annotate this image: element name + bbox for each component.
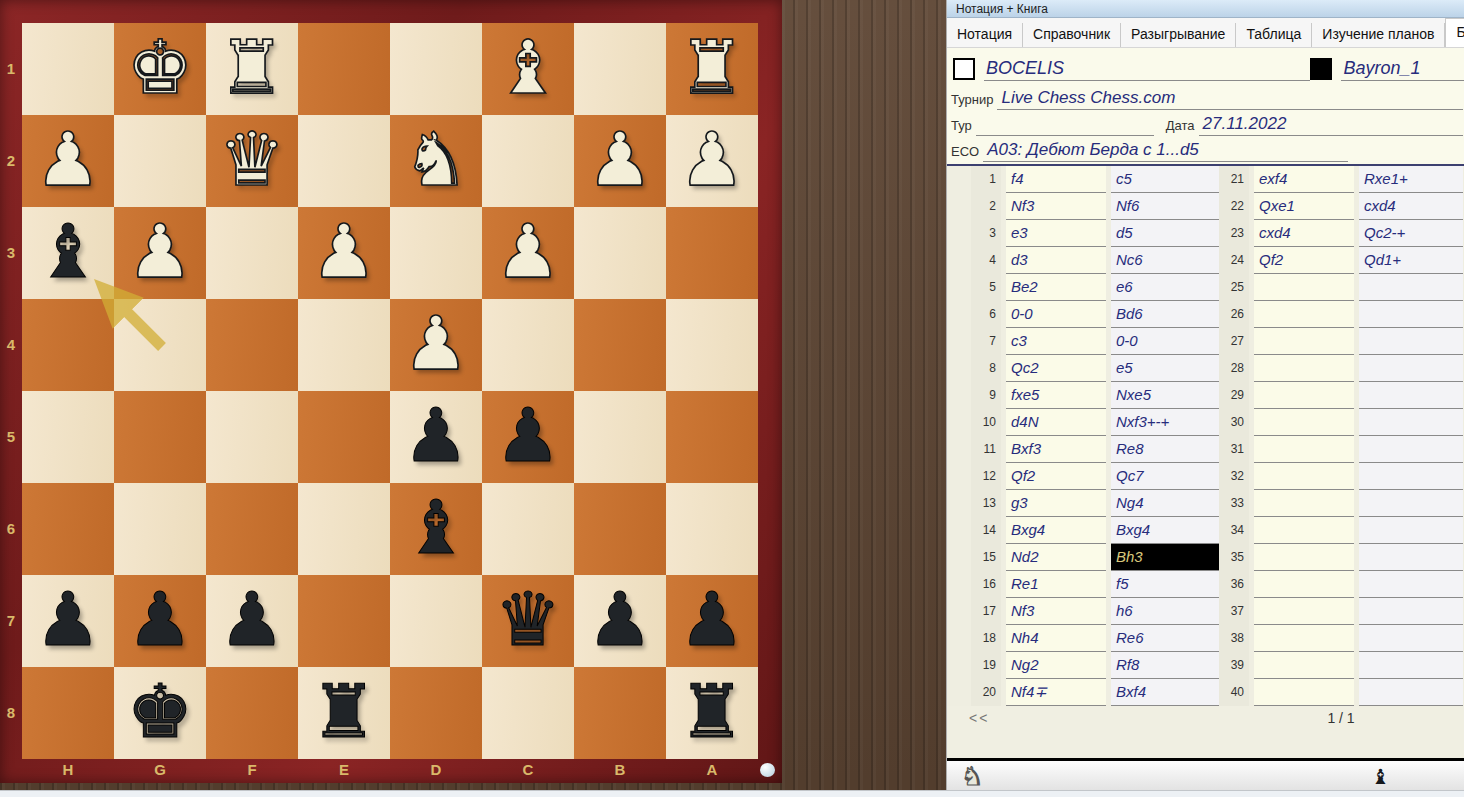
square-d8[interactable] <box>390 667 482 759</box>
black-piece-K-g8[interactable]: ♚ <box>114 667 206 759</box>
eco-row: ECO A03: Дебют Берда с 1...d5 <box>949 136 1463 162</box>
move-13-black[interactable]: Ng4 <box>1111 490 1219 517</box>
black-piece-P-b7[interactable]: ♟ <box>574 575 666 667</box>
tab-разыгрывание[interactable]: Разыгрывание <box>1121 23 1236 47</box>
square-f5[interactable] <box>206 391 298 483</box>
square-g5[interactable] <box>114 391 206 483</box>
move-number-28: 28 <box>1219 355 1249 382</box>
square-e7[interactable] <box>298 575 390 667</box>
move-32-black[interactable] <box>1359 463 1463 490</box>
square-h1[interactable] <box>22 23 114 115</box>
file-label-b: B <box>574 759 666 783</box>
move-31-black[interactable] <box>1359 436 1463 463</box>
file-label-c: C <box>482 759 574 783</box>
square-c2[interactable] <box>482 115 574 207</box>
move-11-white[interactable]: Bxf3 <box>1006 436 1106 463</box>
square-f3[interactable] <box>206 207 298 299</box>
square-f6[interactable] <box>206 483 298 575</box>
move-2-black[interactable]: Nf6 <box>1111 193 1219 220</box>
square-e2[interactable] <box>298 115 390 207</box>
move-number-14: 14 <box>971 517 1001 544</box>
square-a4[interactable] <box>666 299 758 391</box>
eco-value[interactable]: A03: Дебют Берда с 1...d5 <box>983 140 1348 162</box>
move-22-white[interactable]: Qxe1 <box>1254 193 1354 220</box>
square-g2[interactable] <box>114 115 206 207</box>
black-piece-P-f7[interactable]: ♟ <box>206 575 298 667</box>
square-b7[interactable]: ♟ <box>574 575 666 667</box>
black-piece-P-h7[interactable]: ♟ <box>22 575 114 667</box>
move-number-20: 20 <box>971 679 1001 706</box>
date-label: Дата <box>1164 118 1199 136</box>
move-number-21: 21 <box>1219 166 1249 193</box>
square-b5[interactable] <box>574 391 666 483</box>
square-a7[interactable]: ♟ <box>666 575 758 667</box>
move-number-4: 4 <box>971 247 1001 274</box>
white-piece-P-g3[interactable]: ♟ <box>114 207 206 299</box>
move-8-white[interactable]: Qc2 <box>1006 355 1106 382</box>
white-piece-P-a2[interactable]: ♟ <box>666 115 758 207</box>
move-1-white[interactable]: f4 <box>1006 166 1106 193</box>
move-number-33: 33 <box>1219 490 1249 517</box>
white-color-icon <box>953 58 975 80</box>
white-piece-B-c1[interactable]: ♝ <box>482 23 574 115</box>
move-6-black[interactable]: Bd6 <box>1111 301 1219 328</box>
move-5-white[interactable]: Be2 <box>1006 274 1106 301</box>
move-number-15: 15 <box>971 544 1001 571</box>
black-piece-R-a8[interactable]: ♜ <box>666 667 758 759</box>
square-d5[interactable]: ♟ <box>390 391 482 483</box>
move-29-white[interactable] <box>1254 382 1354 409</box>
move-12-white[interactable]: Qf2 <box>1006 463 1106 490</box>
move-38-white[interactable] <box>1254 625 1354 652</box>
square-c1[interactable]: ♝ <box>482 23 574 115</box>
square-e6[interactable] <box>298 483 390 575</box>
move-9-black[interactable]: Nxe5 <box>1111 382 1219 409</box>
move-number-31: 31 <box>1219 436 1249 463</box>
square-c7[interactable]: ♛ <box>482 575 574 667</box>
chess-board: 12345678 HGFEDCBA ♚♜♝♜♟♛♞♟♟♝♟♟♟♟♟♟♝♟♟♟♛♟… <box>0 0 782 783</box>
rank-label-5: 5 <box>0 391 22 483</box>
move-33-white[interactable] <box>1254 490 1354 517</box>
rank-label-8: 8 <box>0 667 22 759</box>
white-piece-Q-f2[interactable]: ♛ <box>206 115 298 207</box>
file-label-g: G <box>114 759 206 783</box>
scoresheet: 1f4c52Nf3Nf63e3d54d3Nc65Be2e660-0Bd67c30… <box>947 166 1464 706</box>
sheet-footer: << 1 / 1 <box>947 706 1464 732</box>
square-e5[interactable] <box>298 391 390 483</box>
square-g8[interactable]: ♚ <box>114 667 206 759</box>
move-38-black[interactable] <box>1359 625 1463 652</box>
white-piece-R-a1[interactable]: ♜ <box>666 23 758 115</box>
move-15-white[interactable]: Nd2 <box>1006 544 1106 571</box>
tournament-label: Турнир <box>949 92 997 110</box>
move-15-black[interactable]: Bh3 <box>1111 544 1219 571</box>
round-date-row: Тур Дата 27.11.2022 <box>949 110 1463 136</box>
date-value[interactable]: 27.11.2022 <box>1199 114 1463 136</box>
move-number-6: 6 <box>971 301 1001 328</box>
white-piece-P-e3[interactable]: ♟ <box>298 207 390 299</box>
move-1-black[interactable]: c5 <box>1111 166 1219 193</box>
square-f2[interactable]: ♛ <box>206 115 298 207</box>
move-14-white[interactable]: Bxg4 <box>1006 517 1106 544</box>
move-34-black[interactable] <box>1359 517 1463 544</box>
file-label-f: F <box>206 759 298 783</box>
move-31-white[interactable] <box>1254 436 1354 463</box>
move-30-white[interactable] <box>1254 409 1354 436</box>
move-6-white[interactable]: 0-0 <box>1006 301 1106 328</box>
move-number-34: 34 <box>1219 517 1249 544</box>
white-to-move-indicator <box>760 763 775 777</box>
file-label-h: H <box>22 759 114 783</box>
move-17-white[interactable]: Nf3 <box>1006 598 1106 625</box>
square-d6[interactable]: ♝ <box>390 483 482 575</box>
square-c5[interactable]: ♟ <box>482 391 574 483</box>
notation-panel: Нотация + Книга НотацияСправочникРазыгры… <box>946 0 1464 791</box>
square-b6[interactable] <box>574 483 666 575</box>
move-13-white[interactable]: g3 <box>1006 490 1106 517</box>
move-40-white[interactable] <box>1254 679 1354 706</box>
square-e3[interactable]: ♟ <box>298 207 390 299</box>
move-27-white[interactable] <box>1254 328 1354 355</box>
move-37-black[interactable] <box>1359 598 1463 625</box>
move-18-white[interactable]: Nh4 <box>1006 625 1106 652</box>
move-4-black[interactable]: Nc6 <box>1111 247 1219 274</box>
move-37-white[interactable] <box>1254 598 1354 625</box>
notation-tabs: НотацияСправочникРазыгрываниеТаблицаИзуч… <box>947 18 1464 48</box>
move-number-5: 5 <box>971 274 1001 301</box>
move-number-17: 17 <box>971 598 1001 625</box>
move-number-29: 29 <box>1219 382 1249 409</box>
move-number-26: 26 <box>1219 301 1249 328</box>
move-8-black[interactable]: e5 <box>1111 355 1219 382</box>
move-number-13: 13 <box>971 490 1001 517</box>
square-a8[interactable]: ♜ <box>666 667 758 759</box>
bottom-status-strip <box>0 790 1464 797</box>
rank-label-6: 6 <box>0 483 22 575</box>
move-40-black[interactable] <box>1359 679 1463 706</box>
move-14-black[interactable]: Bxg4 <box>1111 517 1219 544</box>
square-b1[interactable] <box>574 23 666 115</box>
file-label-a: A <box>666 759 758 783</box>
move-25-white[interactable] <box>1254 274 1354 301</box>
rank-label-3: 3 <box>0 207 22 299</box>
move-number-23: 23 <box>1219 220 1249 247</box>
square-c8[interactable] <box>482 667 574 759</box>
file-label-e: E <box>298 759 390 783</box>
move-27-black[interactable] <box>1359 328 1463 355</box>
white-piece-P-d4[interactable]: ♟ <box>390 299 482 391</box>
tab-бланк[interactable]: Бланк <box>1445 18 1464 47</box>
move-21-white[interactable]: exf4 <box>1254 166 1354 193</box>
move-16-white[interactable]: Re1 <box>1006 571 1106 598</box>
move-4-white[interactable]: d3 <box>1006 247 1106 274</box>
move-19-black[interactable]: Rf8 <box>1111 652 1219 679</box>
square-d4[interactable]: ♟ <box>390 299 482 391</box>
move-number-25: 25 <box>1219 274 1249 301</box>
move-16-black[interactable]: f5 <box>1111 571 1219 598</box>
panel-title[interactable]: Нотация + Книга <box>947 0 1464 18</box>
square-b8[interactable] <box>574 667 666 759</box>
move-10-white[interactable]: d4N <box>1006 409 1106 436</box>
square-a5[interactable] <box>666 391 758 483</box>
square-e1[interactable] <box>298 23 390 115</box>
square-h4[interactable] <box>22 299 114 391</box>
square-a6[interactable] <box>666 483 758 575</box>
move-number-12: 12 <box>971 463 1001 490</box>
move-35-black[interactable] <box>1359 544 1463 571</box>
move-35-white[interactable] <box>1254 544 1354 571</box>
rank-label-2: 2 <box>0 115 22 207</box>
white-piece-R-f1[interactable]: ♜ <box>206 23 298 115</box>
move-29-black[interactable] <box>1359 382 1463 409</box>
square-g1[interactable]: ♚ <box>114 23 206 115</box>
rank-label-1: 1 <box>0 23 22 115</box>
move-number-40: 40 <box>1219 679 1249 706</box>
move-number-37: 37 <box>1219 598 1249 625</box>
black-bishop-icon[interactable]: ♝ <box>1371 765 1390 789</box>
move-18-black[interactable]: Re6 <box>1111 625 1219 652</box>
square-a1[interactable]: ♜ <box>666 23 758 115</box>
square-b4[interactable] <box>574 299 666 391</box>
white-piece-P-c3[interactable]: ♟ <box>482 207 574 299</box>
square-d2[interactable]: ♞ <box>390 115 482 207</box>
chessbase-window: 12345678 HGFEDCBA ♚♜♝♜♟♛♞♟♟♝♟♟♟♟♟♟♝♟♟♟♛♟… <box>0 0 1464 797</box>
move-3-black[interactable]: d5 <box>1111 220 1219 247</box>
move-26-black[interactable] <box>1359 301 1463 328</box>
move-30-black[interactable] <box>1359 409 1463 436</box>
black-piece-P-a7[interactable]: ♟ <box>666 575 758 667</box>
move-number-30: 30 <box>1219 409 1249 436</box>
move-number-7: 7 <box>971 328 1001 355</box>
black-piece-P-c5[interactable]: ♟ <box>482 391 574 483</box>
back-button[interactable]: << <box>969 710 989 726</box>
move-number-18: 18 <box>971 625 1001 652</box>
move-number-24: 24 <box>1219 247 1249 274</box>
square-g6[interactable] <box>114 483 206 575</box>
move-24-white[interactable]: Qf2 <box>1254 247 1354 274</box>
move-number-1: 1 <box>971 166 1001 193</box>
square-d7[interactable] <box>390 575 482 667</box>
move-17-black[interactable]: h6 <box>1111 598 1219 625</box>
moves-21-40: 21exf4Rxe1+22Qxe1cxd423cxd4Qc2-+24Qf2Qd1… <box>1219 166 1463 706</box>
move-36-black[interactable] <box>1359 571 1463 598</box>
move-5-black[interactable]: e6 <box>1111 274 1219 301</box>
square-g3[interactable]: ♟ <box>114 207 206 299</box>
square-f8[interactable] <box>206 667 298 759</box>
move-10-black[interactable]: Nxf3+-+ <box>1111 409 1219 436</box>
move-number-27: 27 <box>1219 328 1249 355</box>
square-b2[interactable]: ♟ <box>574 115 666 207</box>
move-7-black[interactable]: 0-0 <box>1111 328 1219 355</box>
move-number-35: 35 <box>1219 544 1249 571</box>
square-d1[interactable] <box>390 23 482 115</box>
tab-нотация[interactable]: Нотация <box>947 23 1023 47</box>
move-22-black[interactable]: cxd4 <box>1359 193 1463 220</box>
square-f7[interactable]: ♟ <box>206 575 298 667</box>
black-piece-P-g7[interactable]: ♟ <box>114 575 206 667</box>
board-squares: ♚♜♝♜♟♛♞♟♟♝♟♟♟♟♟♟♝♟♟♟♛♟♟♚♜♜ <box>22 23 758 759</box>
move-number-22: 22 <box>1219 193 1249 220</box>
move-number-39: 39 <box>1219 652 1249 679</box>
move-number-2: 2 <box>971 193 1001 220</box>
move-24-black[interactable]: Qd1+ <box>1359 247 1463 274</box>
move-number-10: 10 <box>971 409 1001 436</box>
move-7-white[interactable]: c3 <box>1006 328 1106 355</box>
move-28-white[interactable] <box>1254 355 1354 382</box>
square-g4[interactable] <box>114 299 206 391</box>
move-9-white[interactable]: fxe5 <box>1006 382 1106 409</box>
move-26-white[interactable] <box>1254 301 1354 328</box>
move-number-9: 9 <box>971 382 1001 409</box>
move-number-11: 11 <box>971 436 1001 463</box>
move-12-black[interactable]: Qc7 <box>1111 463 1219 490</box>
square-a2[interactable]: ♟ <box>666 115 758 207</box>
file-label-d: D <box>390 759 482 783</box>
move-25-black[interactable] <box>1359 274 1463 301</box>
move-23-black[interactable]: Qc2-+ <box>1359 220 1463 247</box>
square-h8[interactable] <box>22 667 114 759</box>
square-h6[interactable] <box>22 483 114 575</box>
round-label: Тур <box>949 118 976 136</box>
tournament-value[interactable]: Live Chess Chess.com <box>997 88 1463 110</box>
round-value[interactable] <box>976 116 1154 136</box>
white-piece-P-h2[interactable]: ♟ <box>22 115 114 207</box>
move-number-16: 16 <box>971 571 1001 598</box>
square-h3[interactable]: ♝ <box>22 207 114 299</box>
square-h7[interactable]: ♟ <box>22 575 114 667</box>
page-indicator: 1 / 1 <box>1219 710 1463 726</box>
tab-изучение-планов[interactable]: Изучение планов <box>1312 23 1445 47</box>
move-number-8: 8 <box>971 355 1001 382</box>
move-28-black[interactable] <box>1359 355 1463 382</box>
move-number-19: 19 <box>971 652 1001 679</box>
game-header-form: BOCELIS Bayron_1 Турнир Live Chess Chess… <box>947 48 1464 166</box>
move-number-3: 3 <box>971 220 1001 247</box>
rank-label-7: 7 <box>0 575 22 667</box>
black-player-name[interactable]: Bayron_1 <box>1341 58 1464 81</box>
square-a3[interactable] <box>666 207 758 299</box>
tournament-row: Турнир Live Chess Chess.com <box>949 84 1463 110</box>
white-piece-K-g1[interactable]: ♚ <box>114 23 206 115</box>
eco-label: ECO <box>949 144 983 162</box>
square-g7[interactable]: ♟ <box>114 575 206 667</box>
square-h2[interactable]: ♟ <box>22 115 114 207</box>
tab-таблица[interactable]: Таблица <box>1236 23 1312 47</box>
square-e4[interactable] <box>298 299 390 391</box>
white-piece-N-d2[interactable]: ♞ <box>390 115 482 207</box>
move-21-black[interactable]: Rxe1+ <box>1359 166 1463 193</box>
players-row: BOCELIS Bayron_1 <box>953 56 1464 82</box>
move-11-black[interactable]: Re8 <box>1111 436 1219 463</box>
moves-1-20: 1f4c52Nf3Nf63e3d54d3Nc65Be2e660-0Bd67c30… <box>971 166 1219 706</box>
move-33-black[interactable] <box>1359 490 1463 517</box>
move-23-white[interactable]: cxd4 <box>1254 220 1354 247</box>
square-c4[interactable] <box>482 299 574 391</box>
square-h5[interactable] <box>22 391 114 483</box>
white-piece-P-b2[interactable]: ♟ <box>574 115 666 207</box>
white-player-name[interactable]: BOCELIS <box>984 58 1310 81</box>
black-piece-P-d5[interactable]: ♟ <box>390 391 482 483</box>
move-39-white[interactable] <box>1254 652 1354 679</box>
move-3-white[interactable]: e3 <box>1006 220 1106 247</box>
square-d3[interactable] <box>390 207 482 299</box>
move-39-black[interactable] <box>1359 652 1463 679</box>
white-knight-icon[interactable]: ♞ <box>961 762 983 791</box>
move-20-white[interactable]: Nf4∓ <box>1006 679 1106 706</box>
black-color-icon <box>1310 58 1332 80</box>
square-f1[interactable]: ♜ <box>206 23 298 115</box>
book-bar: ♞ ♝ <box>947 761 1464 791</box>
move-20-black[interactable]: Bxf4 <box>1111 679 1219 706</box>
square-e8[interactable]: ♜ <box>298 667 390 759</box>
move-number-36: 36 <box>1219 571 1249 598</box>
move-36-white[interactable] <box>1254 571 1354 598</box>
rank-label-4: 4 <box>0 299 22 391</box>
tab-справочник[interactable]: Справочник <box>1023 23 1121 47</box>
black-piece-B-d6[interactable]: ♝ <box>390 483 482 575</box>
move-number-38: 38 <box>1219 625 1249 652</box>
square-b3[interactable] <box>574 207 666 299</box>
square-c6[interactable] <box>482 483 574 575</box>
square-c3[interactable]: ♟ <box>482 207 574 299</box>
square-f4[interactable] <box>206 299 298 391</box>
black-piece-R-e8[interactable]: ♜ <box>298 667 390 759</box>
move-19-white[interactable]: Ng2 <box>1006 652 1106 679</box>
move-32-white[interactable] <box>1254 463 1354 490</box>
move-number-32: 32 <box>1219 463 1249 490</box>
black-piece-Q-c7[interactable]: ♛ <box>482 575 574 667</box>
move-34-white[interactable] <box>1254 517 1354 544</box>
black-piece-B-h3[interactable]: ♝ <box>22 207 114 299</box>
move-2-white[interactable]: Nf3 <box>1006 193 1106 220</box>
